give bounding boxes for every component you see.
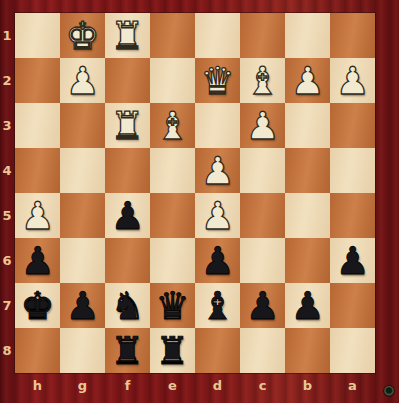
piece-white-bishop[interactable]: ♝ xyxy=(150,103,195,148)
piece-white-rook[interactable]: ♜ xyxy=(105,103,150,148)
square-c7[interactable]: ♟ xyxy=(240,283,285,328)
square-h7[interactable]: ♚ xyxy=(15,283,60,328)
piece-white-pawn[interactable]: ♟ xyxy=(195,148,240,193)
square-e2[interactable] xyxy=(150,58,195,103)
rank-label-5: 5 xyxy=(0,193,14,238)
square-b4[interactable] xyxy=(285,148,330,193)
square-e6[interactable] xyxy=(150,238,195,283)
piece-white-pawn[interactable]: ♟ xyxy=(15,193,60,238)
piece-black-pawn[interactable]: ♟ xyxy=(15,238,60,283)
square-f8[interactable]: ♜ xyxy=(105,328,150,373)
square-b6[interactable] xyxy=(285,238,330,283)
square-g7[interactable]: ♟ xyxy=(60,283,105,328)
rank-label-6: 6 xyxy=(0,238,14,283)
square-b7[interactable]: ♟ xyxy=(285,283,330,328)
square-e5[interactable] xyxy=(150,193,195,238)
rank-label-7: 7 xyxy=(0,283,14,328)
file-label-f: f xyxy=(105,374,150,400)
page-background: { "game": "chess", "position": { "fen": … xyxy=(0,0,399,403)
square-d1[interactable] xyxy=(195,13,240,58)
square-f7[interactable]: ♞ xyxy=(105,283,150,328)
square-f5[interactable]: ♟ xyxy=(105,193,150,238)
piece-white-pawn[interactable]: ♟ xyxy=(240,103,285,148)
piece-black-pawn[interactable]: ♟ xyxy=(60,283,105,328)
square-g5[interactable] xyxy=(60,193,105,238)
square-g2[interactable]: ♟ xyxy=(60,58,105,103)
square-h2[interactable] xyxy=(15,58,60,103)
square-a4[interactable] xyxy=(330,148,375,193)
square-f6[interactable] xyxy=(105,238,150,283)
square-d5[interactable]: ♟ xyxy=(195,193,240,238)
piece-black-queen[interactable]: ♛ xyxy=(150,283,195,328)
square-h4[interactable] xyxy=(15,148,60,193)
square-b8[interactable] xyxy=(285,328,330,373)
piece-white-pawn[interactable]: ♟ xyxy=(330,58,375,103)
piece-black-pawn[interactable]: ♟ xyxy=(285,283,330,328)
square-b5[interactable] xyxy=(285,193,330,238)
corner-dot-icon xyxy=(384,386,394,396)
square-e4[interactable] xyxy=(150,148,195,193)
square-a1[interactable] xyxy=(330,13,375,58)
piece-white-pawn[interactable]: ♟ xyxy=(285,58,330,103)
square-h6[interactable]: ♟ xyxy=(15,238,60,283)
file-label-e: e xyxy=(150,374,195,400)
square-b1[interactable] xyxy=(285,13,330,58)
piece-white-king[interactable]: ♚ xyxy=(60,13,105,58)
square-d2[interactable]: ♛ xyxy=(195,58,240,103)
piece-black-bishop[interactable]: ♝ xyxy=(195,283,240,328)
square-e8[interactable]: ♜ xyxy=(150,328,195,373)
rank-label-4: 4 xyxy=(0,148,14,193)
square-g4[interactable] xyxy=(60,148,105,193)
square-c1[interactable] xyxy=(240,13,285,58)
piece-black-knight[interactable]: ♞ xyxy=(105,283,150,328)
square-c3[interactable]: ♟ xyxy=(240,103,285,148)
piece-black-pawn[interactable]: ♟ xyxy=(195,238,240,283)
square-f4[interactable] xyxy=(105,148,150,193)
piece-black-rook[interactable]: ♜ xyxy=(150,328,195,373)
file-label-b: b xyxy=(285,374,330,400)
rank-label-2: 2 xyxy=(0,58,14,103)
file-label-d: d xyxy=(195,374,240,400)
square-g8[interactable] xyxy=(60,328,105,373)
square-g3[interactable] xyxy=(60,103,105,148)
square-b2[interactable]: ♟ xyxy=(285,58,330,103)
square-d8[interactable] xyxy=(195,328,240,373)
square-c6[interactable] xyxy=(240,238,285,283)
piece-white-pawn[interactable]: ♟ xyxy=(60,58,105,103)
file-label-g: g xyxy=(60,374,105,400)
rank-label-8: 8 xyxy=(0,328,14,373)
square-f3[interactable]: ♜ xyxy=(105,103,150,148)
square-a5[interactable] xyxy=(330,193,375,238)
square-d7[interactable]: ♝ xyxy=(195,283,240,328)
rank-label-1: 1 xyxy=(0,13,14,58)
square-d4[interactable]: ♟ xyxy=(195,148,240,193)
square-g1[interactable]: ♚ xyxy=(60,13,105,58)
square-a8[interactable] xyxy=(330,328,375,373)
file-label-h: h xyxy=(15,374,60,400)
square-c8[interactable] xyxy=(240,328,285,373)
piece-black-pawn[interactable]: ♟ xyxy=(240,283,285,328)
piece-white-rook[interactable]: ♜ xyxy=(105,13,150,58)
square-h5[interactable]: ♟ xyxy=(15,193,60,238)
square-h3[interactable] xyxy=(15,103,60,148)
square-e1[interactable] xyxy=(150,13,195,58)
piece-black-pawn[interactable]: ♟ xyxy=(330,238,375,283)
square-e7[interactable]: ♛ xyxy=(150,283,195,328)
square-d3[interactable] xyxy=(195,103,240,148)
square-h1[interactable] xyxy=(15,13,60,58)
square-d6[interactable]: ♟ xyxy=(195,238,240,283)
file-label-c: c xyxy=(240,374,285,400)
square-f2[interactable] xyxy=(105,58,150,103)
square-b3[interactable] xyxy=(285,103,330,148)
chess-board: ♚♜♟♛♝♟♟♜♝♟♟♟♟♟♟♟♟♚♟♞♛♝♟♟♜♜ xyxy=(15,13,375,373)
square-e3[interactable]: ♝ xyxy=(150,103,195,148)
rank-label-3: 3 xyxy=(0,103,14,148)
square-g6[interactable] xyxy=(60,238,105,283)
square-c4[interactable] xyxy=(240,148,285,193)
piece-black-pawn[interactable]: ♟ xyxy=(105,193,150,238)
square-a2[interactable]: ♟ xyxy=(330,58,375,103)
piece-black-king[interactable]: ♚ xyxy=(15,283,60,328)
piece-white-bishop[interactable]: ♝ xyxy=(240,58,285,103)
piece-black-rook[interactable]: ♜ xyxy=(105,328,150,373)
square-a3[interactable] xyxy=(330,103,375,148)
square-f1[interactable]: ♜ xyxy=(105,13,150,58)
piece-white-pawn[interactable]: ♟ xyxy=(195,193,240,238)
square-c2[interactable]: ♝ xyxy=(240,58,285,103)
square-h8[interactable] xyxy=(15,328,60,373)
square-c5[interactable] xyxy=(240,193,285,238)
file-label-a: a xyxy=(330,374,375,400)
piece-white-queen[interactable]: ♛ xyxy=(195,58,240,103)
square-a6[interactable]: ♟ xyxy=(330,238,375,283)
square-a7[interactable] xyxy=(330,283,375,328)
